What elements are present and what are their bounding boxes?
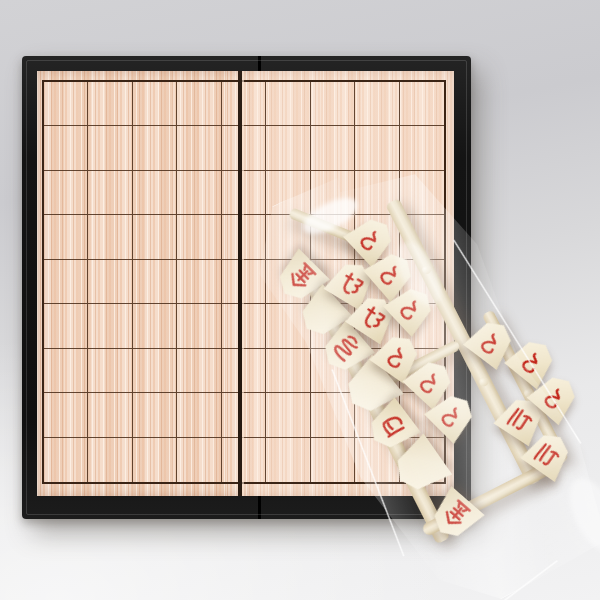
board-cell (88, 171, 132, 215)
board-cell (44, 304, 88, 348)
to-glyph-icon (430, 396, 472, 438)
board-cell (88, 438, 132, 482)
uma-glyph-icon (372, 404, 415, 447)
board-cell (266, 126, 310, 170)
board-cell (177, 126, 221, 170)
board-cell (400, 82, 444, 126)
board-cell (44, 171, 88, 215)
board-cell (311, 126, 355, 170)
board-cell (355, 82, 399, 126)
board-cell (311, 171, 355, 215)
fold-seam-highlight (242, 71, 244, 496)
board-cell (88, 215, 132, 259)
board-cell (177, 260, 221, 304)
board-cell (266, 82, 310, 126)
board-cell (133, 260, 177, 304)
board-cell (177, 438, 221, 482)
to-glyph-icon (389, 289, 431, 331)
board-cell (44, 126, 88, 170)
board-cell (266, 349, 310, 393)
board-cell (44, 260, 88, 304)
board-cell (133, 215, 177, 259)
fold-hinge-notch-bottom (258, 496, 261, 519)
board-cell (44, 215, 88, 259)
board-cell (88, 393, 132, 437)
wrap-glare (559, 471, 600, 560)
board-cell (44, 438, 88, 482)
board-cell (177, 82, 221, 126)
board-cell (133, 171, 177, 215)
board-cell (133, 304, 177, 348)
board-cell (177, 171, 221, 215)
board-cell (88, 126, 132, 170)
board-cell (311, 82, 355, 126)
board-cell (44, 82, 88, 126)
wrap-crease (485, 559, 559, 600)
board-cell (177, 349, 221, 393)
board-cell (44, 393, 88, 437)
board-cell (177, 393, 221, 437)
board-cell (88, 260, 132, 304)
board-cell (88, 304, 132, 348)
board-cell (400, 126, 444, 170)
board-cell (177, 304, 221, 348)
board-cell (88, 349, 132, 393)
board-cell (355, 126, 399, 170)
board-cell (44, 349, 88, 393)
board-cell (266, 171, 310, 215)
board-cell (266, 393, 310, 437)
board-cell (133, 393, 177, 437)
board-cell (133, 126, 177, 170)
board-cell (177, 215, 221, 259)
board-cell (266, 438, 310, 482)
board-cell (311, 438, 355, 482)
board-cell (133, 349, 177, 393)
fold-hinge-notch-top (258, 56, 261, 71)
board-cell (88, 82, 132, 126)
board-cell (133, 82, 177, 126)
board-cell (133, 438, 177, 482)
